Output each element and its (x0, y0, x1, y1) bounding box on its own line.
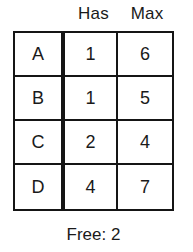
resource-table: A 1 6 B 1 5 C 2 4 D 4 7 (13, 31, 174, 211)
cell-C-has: 2 (65, 121, 118, 165)
cell-C-max: 4 (118, 121, 172, 165)
cell-B-max: 5 (118, 77, 172, 121)
column-header-max: Max (120, 4, 174, 31)
row-label-A: A (15, 33, 65, 77)
column-header-has: Has (67, 4, 120, 31)
cell-A-has: 1 (65, 33, 118, 77)
cell-D-max: 7 (118, 165, 172, 209)
header-spacer (13, 4, 67, 31)
column-headers: Has Max (13, 0, 193, 31)
cell-B-has: 1 (65, 77, 118, 121)
row-label-C: C (15, 121, 65, 165)
free-count-label: Free: 2 (13, 225, 174, 245)
cell-A-max: 6 (118, 33, 172, 77)
row-label-D: D (15, 165, 65, 209)
cell-D-has: 4 (65, 165, 118, 209)
bankers-algorithm-diagram: Has Max A 1 6 B 1 5 C 2 4 D 4 7 Free: 2 (0, 0, 193, 252)
row-label-B: B (15, 77, 65, 121)
